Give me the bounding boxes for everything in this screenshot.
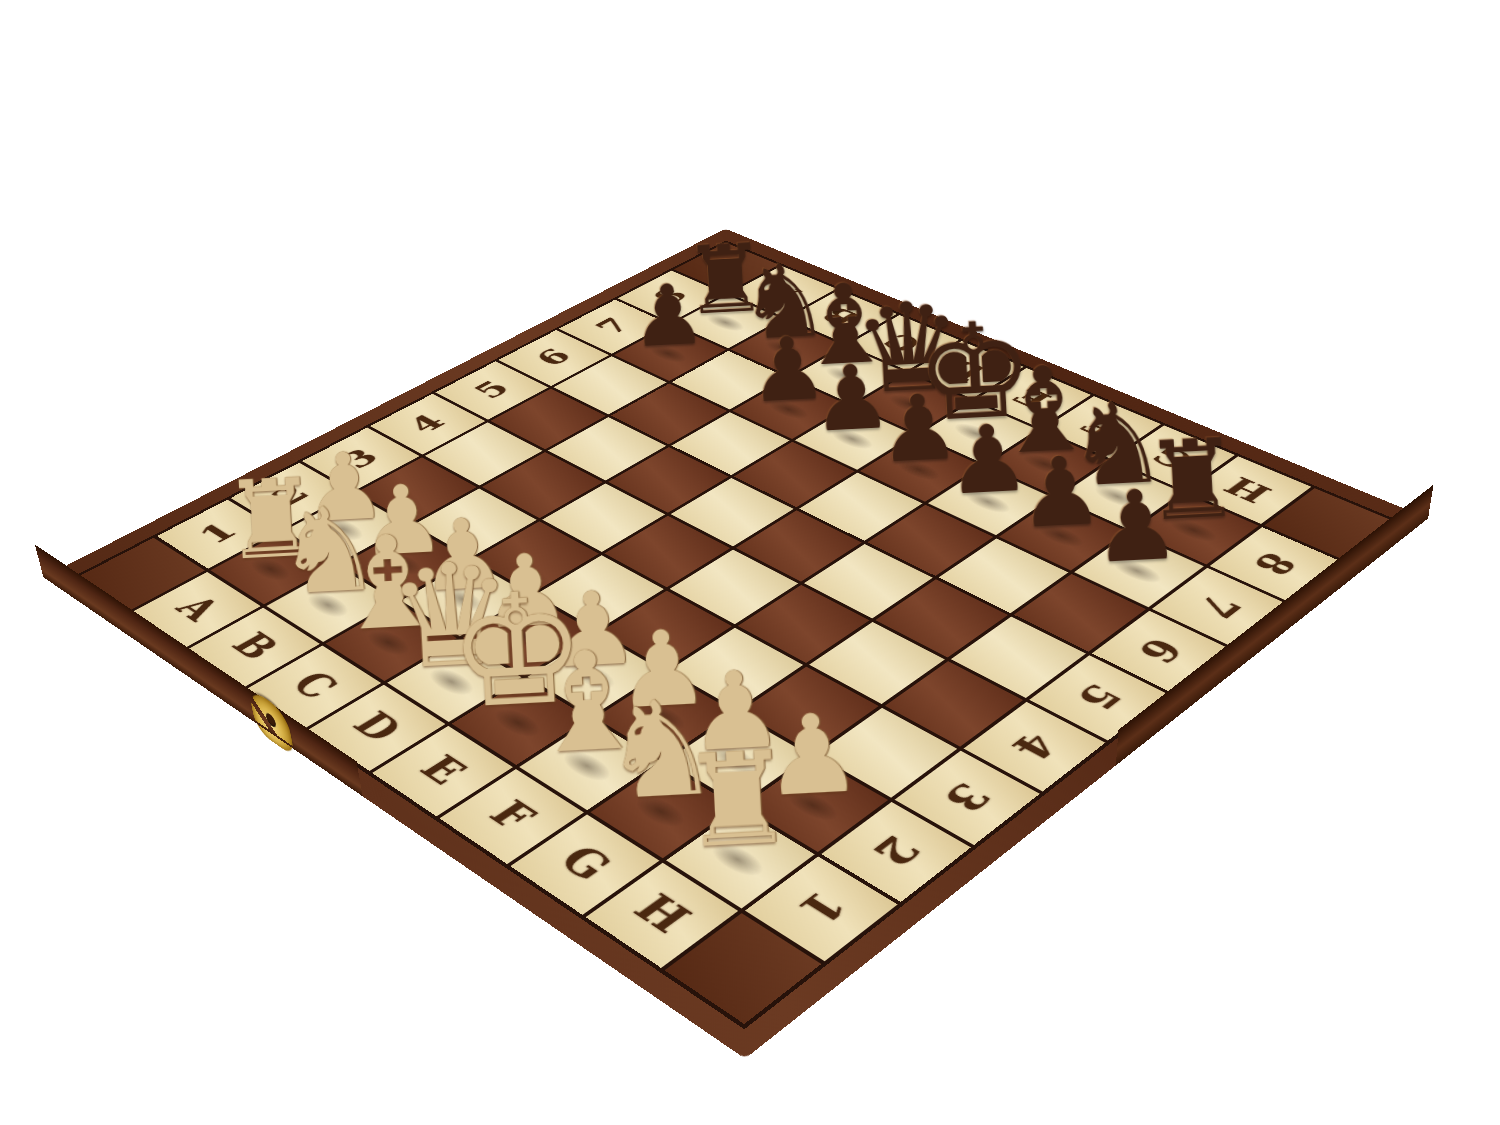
- file-letter: D: [345, 707, 409, 747]
- board-grid: ABCDEFGH8♜♞♝♛♚♝♞♜87♟♟♟♟♟♟♟7665544332♟♟♟♟…: [74, 240, 1396, 1029]
- rank-number: 4: [404, 411, 452, 436]
- rank-number: 5: [469, 378, 516, 402]
- black-pawn-icon: ♟: [628, 272, 708, 360]
- rank-number: 3: [936, 777, 998, 816]
- chess-board: ABCDEFGH8♜♞♝♛♚♝♞♜87♟♟♟♟♟♟♟7665544332♟♟♟♟…: [43, 229, 1428, 1059]
- rank-number: 2: [864, 830, 927, 871]
- file-letter: H: [625, 889, 698, 940]
- black-pawn-icon: ♟: [1090, 476, 1182, 578]
- rank-number: 1: [789, 886, 853, 929]
- rank-number: 7: [1190, 590, 1247, 622]
- file-letter: E: [412, 750, 474, 790]
- rank-number: 5: [1069, 679, 1128, 714]
- file-letter: F: [481, 795, 543, 836]
- rank-number: 7: [591, 315, 636, 337]
- file-letter: B: [224, 628, 284, 664]
- file-letter: G: [551, 841, 619, 887]
- photo-scene: ABCDEFGH8♜♞♝♛♚♝♞♜87♟♟♟♟♟♟♟7665544332♟♟♟♟…: [0, 0, 1500, 1125]
- rank-number: 6: [531, 346, 577, 369]
- rank-number: 8: [1246, 548, 1302, 579]
- white-rook-icon: ♜: [677, 734, 798, 867]
- square-e5: [736, 510, 862, 581]
- rank-number: 6: [1131, 634, 1189, 668]
- file-letter: A: [168, 592, 225, 625]
- rank-number: 4: [1004, 727, 1065, 764]
- file-letter: C: [284, 667, 344, 704]
